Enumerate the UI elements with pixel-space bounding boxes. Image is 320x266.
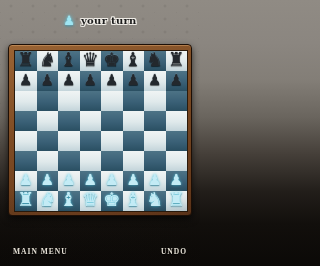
- square-b1[interactable]: ♞: [37, 191, 59, 211]
- footer-bar: MAIN MENU UNDO: [0, 243, 200, 259]
- black-pawn-piece[interactable]: ♟: [19, 73, 32, 88]
- chess-board: ♜♞♝♛♚♝♞♜♟♟♟♟♟♟♟♟♟♟♟♟♟♟♟♟♜♞♝♛♚♝♞♜: [15, 51, 187, 211]
- white-pawn-piece[interactable]: ♟: [19, 173, 32, 188]
- square-g4[interactable]: [144, 131, 166, 151]
- square-b6[interactable]: [37, 91, 59, 111]
- square-b7[interactable]: ♟: [37, 71, 59, 91]
- white-pawn-piece[interactable]: ♟: [170, 173, 183, 188]
- black-rook-piece[interactable]: ♜: [168, 50, 185, 69]
- square-b3[interactable]: [37, 151, 59, 171]
- square-d7[interactable]: ♟: [80, 71, 102, 91]
- square-f4[interactable]: [123, 131, 145, 151]
- white-bishop-piece[interactable]: ♝: [125, 190, 142, 209]
- black-pawn-piece[interactable]: ♟: [127, 73, 140, 88]
- white-pawn-piece[interactable]: ♟: [62, 173, 75, 188]
- white-pawn-piece[interactable]: ♟: [127, 173, 140, 188]
- black-pawn-piece[interactable]: ♟: [170, 73, 183, 88]
- square-g5[interactable]: [144, 111, 166, 131]
- black-bishop-piece[interactable]: ♝: [125, 50, 142, 69]
- square-e3[interactable]: [101, 151, 123, 171]
- black-pawn-piece[interactable]: ♟: [105, 73, 118, 88]
- square-c8[interactable]: ♝: [58, 51, 80, 71]
- black-queen-piece[interactable]: ♛: [82, 50, 99, 69]
- white-rook-piece[interactable]: ♜: [17, 190, 34, 209]
- white-pawn-turn-icon: ♟: [63, 14, 75, 27]
- square-e5[interactable]: [101, 111, 123, 131]
- square-g6[interactable]: [144, 91, 166, 111]
- square-f6[interactable]: [123, 91, 145, 111]
- square-d4[interactable]: [80, 131, 102, 151]
- undo-button[interactable]: UNDO: [161, 247, 187, 256]
- square-c5[interactable]: [58, 111, 80, 131]
- square-h6[interactable]: [166, 91, 188, 111]
- square-h3[interactable]: [166, 151, 188, 171]
- square-g8[interactable]: ♞: [144, 51, 166, 71]
- white-bishop-piece[interactable]: ♝: [60, 190, 77, 209]
- square-b8[interactable]: ♞: [37, 51, 59, 71]
- white-pawn-piece[interactable]: ♟: [148, 173, 161, 188]
- square-f3[interactable]: [123, 151, 145, 171]
- black-knight-piece[interactable]: ♞: [146, 50, 163, 69]
- square-f1[interactable]: ♝: [123, 191, 145, 211]
- square-f5[interactable]: [123, 111, 145, 131]
- white-pawn-piece[interactable]: ♟: [84, 173, 97, 188]
- square-c3[interactable]: [58, 151, 80, 171]
- black-rook-piece[interactable]: ♜: [17, 50, 34, 69]
- turn-status-text: your turn: [81, 15, 137, 26]
- square-a6[interactable]: [15, 91, 37, 111]
- black-pawn-piece[interactable]: ♟: [41, 73, 54, 88]
- square-h5[interactable]: [166, 111, 188, 131]
- square-b4[interactable]: [37, 131, 59, 151]
- square-c1[interactable]: ♝: [58, 191, 80, 211]
- square-a1[interactable]: ♜: [15, 191, 37, 211]
- square-d5[interactable]: [80, 111, 102, 131]
- square-e1[interactable]: ♚: [101, 191, 123, 211]
- square-d8[interactable]: ♛: [80, 51, 102, 71]
- square-c7[interactable]: ♟: [58, 71, 80, 91]
- main-menu-button[interactable]: MAIN MENU: [13, 247, 68, 256]
- square-g3[interactable]: [144, 151, 166, 171]
- square-h1[interactable]: ♜: [166, 191, 188, 211]
- square-h4[interactable]: [166, 131, 188, 151]
- black-pawn-piece[interactable]: ♟: [62, 73, 75, 88]
- square-h7[interactable]: ♟: [166, 71, 188, 91]
- square-e6[interactable]: [101, 91, 123, 111]
- black-king-piece[interactable]: ♚: [103, 50, 120, 69]
- square-e8[interactable]: ♚: [101, 51, 123, 71]
- square-h8[interactable]: ♜: [166, 51, 188, 71]
- black-knight-piece[interactable]: ♞: [39, 50, 56, 69]
- square-d3[interactable]: [80, 151, 102, 171]
- black-pawn-piece[interactable]: ♟: [84, 73, 97, 88]
- white-pawn-piece[interactable]: ♟: [105, 173, 118, 188]
- square-f7[interactable]: ♟: [123, 71, 145, 91]
- white-rook-piece[interactable]: ♜: [168, 190, 185, 209]
- square-a3[interactable]: [15, 151, 37, 171]
- square-a4[interactable]: [15, 131, 37, 151]
- square-a8[interactable]: ♜: [15, 51, 37, 71]
- square-e4[interactable]: [101, 131, 123, 151]
- square-d6[interactable]: [80, 91, 102, 111]
- square-g7[interactable]: ♟: [144, 71, 166, 91]
- square-a7[interactable]: ♟: [15, 71, 37, 91]
- square-c6[interactable]: [58, 91, 80, 111]
- square-c4[interactable]: [58, 131, 80, 151]
- white-king-piece[interactable]: ♚: [103, 190, 120, 209]
- square-f8[interactable]: ♝: [123, 51, 145, 71]
- white-knight-piece[interactable]: ♞: [146, 190, 163, 209]
- square-g1[interactable]: ♞: [144, 191, 166, 211]
- square-e7[interactable]: ♟: [101, 71, 123, 91]
- board-frame: ♜♞♝♛♚♝♞♜♟♟♟♟♟♟♟♟♟♟♟♟♟♟♟♟♜♞♝♛♚♝♞♜: [8, 44, 192, 216]
- black-pawn-piece[interactable]: ♟: [148, 73, 161, 88]
- turn-status-bar: ♟ your turn: [0, 9, 200, 31]
- white-pawn-piece[interactable]: ♟: [41, 173, 54, 188]
- white-knight-piece[interactable]: ♞: [39, 190, 56, 209]
- black-bishop-piece[interactable]: ♝: [60, 50, 77, 69]
- white-queen-piece[interactable]: ♛: [82, 190, 99, 209]
- square-d1[interactable]: ♛: [80, 191, 102, 211]
- square-b5[interactable]: [37, 111, 59, 131]
- square-a5[interactable]: [15, 111, 37, 131]
